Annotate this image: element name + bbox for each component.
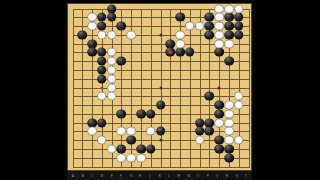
black-stone-O5[interactable]: [195, 127, 205, 136]
black-stone-P16[interactable]: [205, 30, 215, 39]
black-stone-Q8[interactable]: [214, 101, 224, 110]
black-stone-R16[interactable]: [224, 30, 234, 39]
black-stone-R13[interactable]: [224, 57, 234, 66]
black-stone-H3[interactable]: [136, 144, 146, 153]
coordinate-label-E: E: [109, 174, 113, 177]
white-stone-Q6[interactable]: [214, 118, 224, 127]
white-stone-E12[interactable]: [107, 65, 117, 74]
white-stone-S19[interactable]: [234, 4, 244, 13]
black-stone-N14[interactable]: [185, 48, 195, 57]
white-stone-G2[interactable]: [126, 153, 136, 162]
white-stone-E10[interactable]: [107, 83, 117, 92]
black-stone-F13[interactable]: [117, 57, 127, 66]
black-stone-P9[interactable]: [205, 92, 215, 101]
black-stone-L15[interactable]: [165, 39, 175, 48]
black-stone-E18[interactable]: [107, 13, 117, 22]
white-stone-R8[interactable]: [224, 101, 234, 110]
black-stone-R18[interactable]: [224, 13, 234, 22]
white-stone-D16[interactable]: [97, 30, 107, 39]
black-stone-Q4[interactable]: [214, 136, 224, 145]
white-stone-F5[interactable]: [117, 127, 127, 136]
black-stone-S16[interactable]: [234, 30, 244, 39]
white-stone-D4[interactable]: [97, 136, 107, 145]
white-stone-O4[interactable]: [195, 136, 205, 145]
coordinate-label-N: N: [186, 174, 190, 177]
white-stone-E3[interactable]: [107, 144, 117, 153]
coordinate-label-B: B: [80, 174, 84, 177]
black-stone-P6[interactable]: [205, 118, 215, 127]
black-stone-R17[interactable]: [224, 22, 234, 31]
coordinate-label-R: R: [225, 174, 229, 177]
highlight-point-marker: [100, 86, 103, 89]
coordinate-label-A: A: [71, 174, 75, 177]
white-stone-C18[interactable]: [87, 13, 97, 22]
black-stone-C6[interactable]: [87, 118, 97, 127]
grid-line-horizontal: [73, 158, 250, 159]
black-stone-H7[interactable]: [136, 109, 146, 118]
grid-line-vertical: [249, 9, 250, 168]
right-letterbox: [253, 0, 320, 180]
black-stone-F7[interactable]: [117, 109, 127, 118]
white-stone-C17[interactable]: [87, 22, 97, 31]
black-stone-B16[interactable]: [77, 30, 87, 39]
black-stone-E19[interactable]: [107, 4, 117, 13]
black-stone-D12[interactable]: [97, 65, 107, 74]
black-stone-K5[interactable]: [156, 127, 166, 136]
coordinate-label-T: T: [244, 174, 248, 177]
white-stone-S9[interactable]: [234, 92, 244, 101]
white-stone-R4[interactable]: [224, 136, 234, 145]
white-stone-J5[interactable]: [146, 127, 156, 136]
black-stone-Q7[interactable]: [214, 109, 224, 118]
black-stone-F3[interactable]: [117, 144, 127, 153]
white-stone-O17[interactable]: [195, 22, 205, 31]
white-stone-R5[interactable]: [224, 127, 234, 136]
white-stone-R7[interactable]: [224, 109, 234, 118]
white-stone-R6[interactable]: [224, 118, 234, 127]
coordinate-label-C: C: [90, 174, 94, 177]
white-stone-M15[interactable]: [175, 39, 185, 48]
black-stone-J7[interactable]: [146, 109, 156, 118]
black-stone-D6[interactable]: [97, 118, 107, 127]
black-stone-F17[interactable]: [117, 22, 127, 31]
coordinate-label-Q: Q: [215, 174, 219, 177]
black-stone-D14[interactable]: [97, 48, 107, 57]
black-stone-S17[interactable]: [234, 22, 244, 31]
coordinate-label-M: M: [177, 174, 181, 177]
star-point: [159, 33, 162, 36]
white-stone-G16[interactable]: [126, 30, 136, 39]
white-stone-E14[interactable]: [107, 48, 117, 57]
black-stone-P17[interactable]: [205, 22, 215, 31]
black-stone-D11[interactable]: [97, 74, 107, 83]
black-stone-D13[interactable]: [97, 57, 107, 66]
black-stone-D17[interactable]: [97, 22, 107, 31]
coordinate-label-K: K: [157, 174, 161, 177]
black-stone-R3[interactable]: [224, 144, 234, 153]
coordinate-label-L: L: [167, 174, 171, 177]
white-stone-Q15[interactable]: [214, 39, 224, 48]
white-stone-Q19[interactable]: [214, 4, 224, 13]
coordinate-label-H: H: [138, 174, 142, 177]
white-stone-C5[interactable]: [87, 127, 97, 136]
black-stone-M18[interactable]: [175, 13, 185, 22]
goban[interactable]: [67, 3, 252, 171]
white-stone-Q18[interactable]: [214, 13, 224, 22]
coordinate-label-O: O: [196, 174, 200, 177]
black-stone-C14[interactable]: [87, 48, 97, 57]
grid-line-vertical: [170, 9, 171, 168]
grid-line-vertical: [190, 9, 191, 168]
white-stone-S4[interactable]: [234, 136, 244, 145]
grid-line-horizontal: [73, 167, 250, 168]
black-stone-S18[interactable]: [234, 13, 244, 22]
black-stone-K8[interactable]: [156, 101, 166, 110]
coordinate-label-P: P: [206, 174, 210, 177]
white-stone-Q17[interactable]: [214, 22, 224, 31]
black-stone-C15[interactable]: [87, 39, 97, 48]
coordinate-label-J: J: [148, 174, 152, 177]
star-point: [218, 86, 221, 89]
coordinate-label-S: S: [234, 174, 238, 177]
white-stone-R19[interactable]: [224, 4, 234, 13]
coordinate-strip: ABCDEFGHJKLMNOPQRST: [67, 171, 252, 180]
white-stone-E9[interactable]: [107, 92, 117, 101]
black-stone-Q14[interactable]: [214, 48, 224, 57]
black-stone-Q3[interactable]: [214, 144, 224, 153]
white-stone-E16[interactable]: [107, 30, 117, 39]
black-stone-D18[interactable]: [97, 13, 107, 22]
white-stone-N17[interactable]: [185, 22, 195, 31]
go-app-window: ABCDEFGHJKLMNOPQRST: [0, 0, 320, 180]
white-stone-H2[interactable]: [136, 153, 146, 162]
black-stone-P18[interactable]: [205, 13, 215, 22]
star-point: [159, 86, 162, 89]
coordinate-label-D: D: [100, 174, 104, 177]
star-point: [159, 139, 162, 142]
coordinate-label-G: G: [129, 174, 133, 177]
black-stone-M14[interactable]: [175, 48, 185, 57]
black-stone-R2[interactable]: [224, 153, 234, 162]
white-stone-F2[interactable]: [117, 153, 127, 162]
white-stone-S8[interactable]: [234, 101, 244, 110]
white-stone-D9[interactable]: [97, 92, 107, 101]
left-letterbox: [0, 0, 67, 180]
black-stone-G4[interactable]: [126, 136, 136, 145]
black-stone-O6[interactable]: [195, 118, 205, 127]
white-stone-R15[interactable]: [224, 39, 234, 48]
white-stone-E11[interactable]: [107, 74, 117, 83]
black-stone-J3[interactable]: [146, 144, 156, 153]
white-stone-Q16[interactable]: [214, 30, 224, 39]
black-stone-P5[interactable]: [205, 127, 215, 136]
coordinate-label-F: F: [119, 174, 123, 177]
white-stone-E13[interactable]: [107, 57, 117, 66]
white-stone-M16[interactable]: [175, 30, 185, 39]
white-stone-G5[interactable]: [126, 127, 136, 136]
